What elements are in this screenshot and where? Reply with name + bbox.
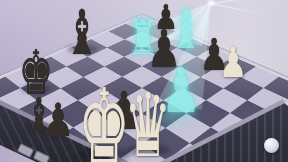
chess-scene: ♝♚♝♟♟♟♟♟♚♛♟♜♝♟ bbox=[0, 0, 288, 162]
chess-piece-white-pawn[interactable]: ♟ bbox=[217, 42, 249, 84]
white-ball-knob bbox=[264, 138, 279, 153]
hologram-rook[interactable]: ♜ bbox=[126, 13, 161, 61]
projection-ray bbox=[211, 3, 270, 16]
chess-piece-black-bishop[interactable]: ♝ bbox=[63, 2, 101, 64]
chess-piece-black-pawn[interactable]: ♟ bbox=[40, 97, 76, 143]
hologram-pawn[interactable]: ♟ bbox=[159, 60, 204, 122]
hologram-bishop[interactable]: ♝ bbox=[168, 3, 204, 57]
side-clasp bbox=[17, 143, 34, 158]
projector-light-dot bbox=[206, 0, 216, 8]
